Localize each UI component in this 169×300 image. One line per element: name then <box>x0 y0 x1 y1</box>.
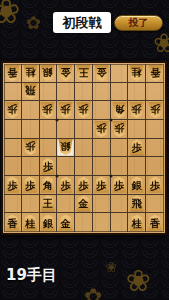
shogi-piece-gote[interactable]: 歩 <box>112 121 127 137</box>
board-cell-r3-c8[interactable]: 歩 <box>128 101 146 120</box>
board-cell-r5-c2[interactable]: 歩 <box>22 139 40 158</box>
board-cell-r6-c5[interactable] <box>75 157 93 176</box>
resign-button[interactable]: 投了 <box>114 15 163 31</box>
board-cell-r1-c1[interactable]: 香 <box>4 64 22 83</box>
shogi-piece-gote[interactable]: 飛 <box>23 83 38 99</box>
shogi-piece-gote[interactable]: 角 <box>112 102 127 118</box>
shogi-piece-sente[interactable]: 金 <box>58 215 73 231</box>
shogi-piece-gote[interactable]: 香 <box>148 65 163 81</box>
board-cell-r8-c1[interactable] <box>4 195 22 214</box>
shogi-piece-sente[interactable]: 歩 <box>5 177 20 193</box>
board-cell-r9-c5[interactable] <box>75 213 93 232</box>
board-cell-r8-c6[interactable] <box>93 195 111 214</box>
move-counter: 19手目 <box>6 266 57 285</box>
board-cell-r5-c8[interactable]: 歩 <box>128 139 146 158</box>
shogi-app: ❀ ✿ ❀ ❀ ✿ ❀ 初段戦 投了 香桂銀金王金桂香飛歩歩歩歩角歩歩歩歩歩銀歩… <box>0 0 169 300</box>
board-cell-r2-c8[interactable] <box>128 83 146 102</box>
board-cell-r2-c4[interactable] <box>57 83 75 102</box>
board-cell-r8-c2[interactable] <box>22 195 40 214</box>
board-cell-r8-c5[interactable]: 金 <box>75 195 93 214</box>
shogi-piece-gote[interactable]: 桂 <box>23 65 38 81</box>
board-cell-r7-c6[interactable]: 歩 <box>93 176 111 195</box>
board-cell-r4-c8[interactable] <box>128 120 146 139</box>
shogi-piece-gote[interactable]: 歩 <box>5 102 20 118</box>
board-cell-r6-c2[interactable] <box>22 157 40 176</box>
shogi-piece-sente[interactable]: 歩 <box>76 177 91 193</box>
shogi-piece-sente[interactable]: 歩 <box>112 177 127 193</box>
board-cell-r2-c3[interactable] <box>40 83 58 102</box>
shogi-piece-sente[interactable]: 桂 <box>129 215 144 231</box>
shogi-piece-sente[interactable]: 歩 <box>129 139 144 155</box>
board-cell-r5-c6[interactable] <box>93 139 111 158</box>
board-cell-r7-c4[interactable]: 歩 <box>57 176 75 195</box>
shogi-piece-sente[interactable]: 歩 <box>94 177 109 193</box>
board-cell-r9-c3[interactable]: 銀 <box>40 213 58 232</box>
shogi-piece-gote[interactable]: 歩 <box>23 139 38 155</box>
shogi-piece-gote[interactable]: 銀 <box>40 65 55 81</box>
board-cell-r3-c6[interactable] <box>93 101 111 120</box>
board-cell-r8-c7[interactable] <box>111 195 129 214</box>
board-cell-r8-c4[interactable] <box>57 195 75 214</box>
board-cell-r7-c9[interactable]: 歩 <box>146 176 164 195</box>
shogi-piece-gote[interactable]: 王 <box>76 65 91 81</box>
board-cell-r8-c9[interactable] <box>146 195 164 214</box>
board-cell-r2-c9[interactable] <box>146 83 164 102</box>
board-cell-r7-c2[interactable]: 歩 <box>22 176 40 195</box>
board-cell-r6-c8[interactable] <box>128 157 146 176</box>
board-cell-r4-c5[interactable] <box>75 120 93 139</box>
board-cell-r7-c8[interactable]: 銀 <box>128 176 146 195</box>
board-cell-r3-c1[interactable]: 歩 <box>4 101 22 120</box>
board-cell-r9-c9[interactable]: 香 <box>146 213 164 232</box>
board-cell-r5-c1[interactable] <box>4 139 22 158</box>
shogi-piece-gote[interactable]: 歩 <box>40 102 55 118</box>
board-cell-r8-c8[interactable]: 飛 <box>128 195 146 214</box>
shogi-piece-gote[interactable]: 歩 <box>148 102 163 118</box>
board-cell-r3-c9[interactable]: 歩 <box>146 101 164 120</box>
board-cell-r6-c7[interactable] <box>111 157 129 176</box>
shogi-board[interactable]: 香桂銀金王金桂香飛歩歩歩歩角歩歩歩歩歩銀歩歩歩歩角歩歩歩歩銀歩王金飛香桂銀金桂香 <box>4 64 164 232</box>
board-cell-r6-c3[interactable]: 歩 <box>40 157 58 176</box>
board-cell-r5-c4[interactable]: 銀 <box>57 139 75 158</box>
shogi-piece-sente[interactable]: 歩 <box>148 177 163 193</box>
board-cell-r2-c1[interactable] <box>4 83 22 102</box>
shogi-piece-sente[interactable]: 金 <box>76 195 91 211</box>
shogi-piece-sente[interactable]: 桂 <box>23 215 38 231</box>
board-cell-r6-c9[interactable] <box>146 157 164 176</box>
board-cell-r7-c5[interactable]: 歩 <box>75 176 93 195</box>
board-cell-r7-c3[interactable]: 角 <box>40 176 58 195</box>
shogi-piece-sente[interactable]: 香 <box>148 215 163 231</box>
board-cell-r9-c4[interactable]: 金 <box>57 213 75 232</box>
board-cell-r4-c2[interactable] <box>22 120 40 139</box>
shogi-piece-sente[interactable]: 歩 <box>40 158 55 174</box>
shogi-piece-sente[interactable]: 銀 <box>129 177 144 193</box>
board-cell-r5-c5[interactable] <box>75 139 93 158</box>
board-cell-r3-c5[interactable]: 歩 <box>75 101 93 120</box>
shogi-piece-gote[interactable]: 歩 <box>58 102 73 118</box>
shogi-piece-gote[interactable]: 歩 <box>76 102 91 118</box>
board-cell-r1-c3[interactable]: 銀 <box>40 64 58 83</box>
board-cell-r2-c5[interactable] <box>75 83 93 102</box>
board-cell-r4-c6[interactable]: 歩 <box>93 120 111 139</box>
board-cell-r7-c1[interactable]: 歩 <box>4 176 22 195</box>
board-cell-r9-c7[interactable] <box>111 213 129 232</box>
shogi-piece-sente[interactable]: 角 <box>40 177 55 193</box>
board-cell-r3-c7[interactable]: 角 <box>111 101 129 120</box>
shogi-piece-sente[interactable]: 歩 <box>23 177 38 193</box>
board-cell-r5-c9[interactable] <box>146 139 164 158</box>
board-cell-r6-c1[interactable] <box>4 157 22 176</box>
board-cell-r1-c5[interactable]: 王 <box>75 64 93 83</box>
board-cell-r1-c8[interactable]: 桂 <box>128 64 146 83</box>
board-cell-r8-c3[interactable]: 王 <box>40 195 58 214</box>
board-cell-r6-c6[interactable] <box>93 157 111 176</box>
match-title: 初段戦 <box>53 12 111 33</box>
board-cell-r9-c1[interactable]: 香 <box>4 213 22 232</box>
shogi-piece-sente[interactable]: 王 <box>40 195 55 211</box>
board-cell-r1-c2[interactable]: 桂 <box>22 64 40 83</box>
board-cell-r5-c3[interactable] <box>40 139 58 158</box>
board-cell-r4-c9[interactable] <box>146 120 164 139</box>
board-cell-r4-c7[interactable]: 歩 <box>111 120 129 139</box>
shogi-piece-sente[interactable]: 銀 <box>40 215 55 231</box>
board-cell-r7-c7[interactable]: 歩 <box>111 176 129 195</box>
board-cell-r2-c2[interactable]: 飛 <box>22 83 40 102</box>
board-cell-r4-c3[interactable] <box>40 120 58 139</box>
board-cell-r4-c4[interactable] <box>57 120 75 139</box>
shogi-piece-gote[interactable]: 金 <box>94 65 109 81</box>
board-cell-r4-c1[interactable] <box>4 120 22 139</box>
shogi-piece-gote[interactable]: 桂 <box>129 65 144 81</box>
board-cell-r9-c8[interactable]: 桂 <box>128 213 146 232</box>
board-cell-r1-c6[interactable]: 金 <box>93 64 111 83</box>
board-cell-r1-c4[interactable]: 金 <box>57 64 75 83</box>
shogi-piece-gote[interactable]: 香 <box>5 65 20 81</box>
board-cell-r3-c2[interactable] <box>22 101 40 120</box>
shogi-piece-gote[interactable]: 銀 <box>58 139 73 155</box>
shogi-piece-sente[interactable]: 香 <box>5 215 20 231</box>
board-cell-r9-c6[interactable] <box>93 213 111 232</box>
board-cell-r2-c7[interactable] <box>111 83 129 102</box>
shogi-board-frame: 香桂銀金王金桂香飛歩歩歩歩角歩歩歩歩歩銀歩歩歩歩角歩歩歩歩銀歩王金飛香桂銀金桂香 <box>1 61 167 235</box>
board-cell-r2-c6[interactable] <box>93 83 111 102</box>
board-cell-r3-c4[interactable]: 歩 <box>57 101 75 120</box>
shogi-piece-gote[interactable]: 歩 <box>94 121 109 137</box>
board-cell-r1-c7[interactable] <box>111 64 129 83</box>
shogi-piece-sente[interactable]: 歩 <box>58 177 73 193</box>
board-cell-r3-c3[interactable]: 歩 <box>40 101 58 120</box>
board-cell-r9-c2[interactable]: 桂 <box>22 213 40 232</box>
board-cell-r6-c4[interactable] <box>57 157 75 176</box>
board-cell-r5-c7[interactable] <box>111 139 129 158</box>
shogi-piece-sente[interactable]: 飛 <box>129 195 144 211</box>
shogi-piece-gote[interactable]: 歩 <box>129 102 144 118</box>
shogi-piece-gote[interactable]: 金 <box>58 65 73 81</box>
board-cell-r1-c9[interactable]: 香 <box>146 64 164 83</box>
